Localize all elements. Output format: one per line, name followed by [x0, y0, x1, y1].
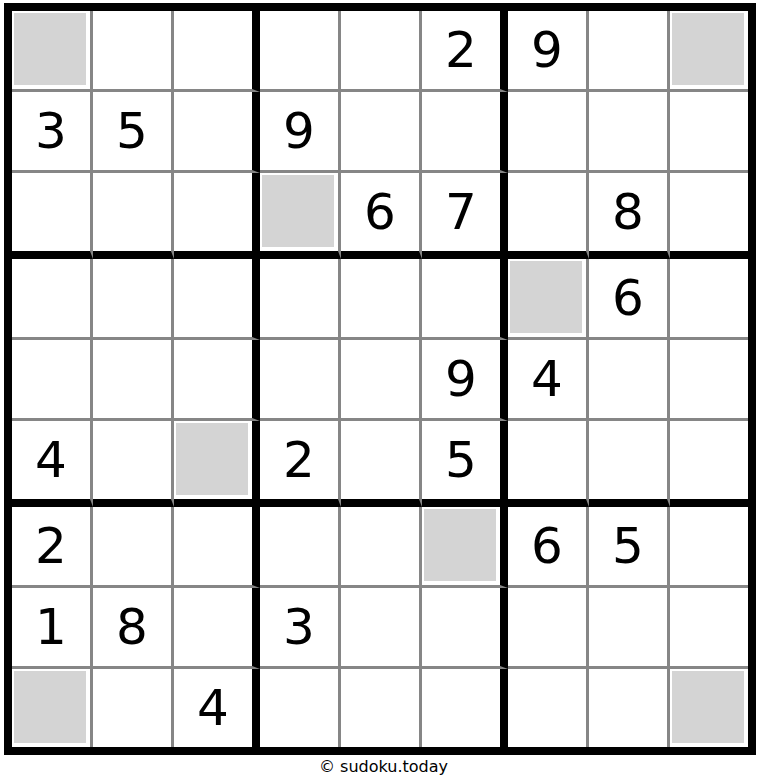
sudoku-cell-r5c2[interactable] [93, 340, 174, 421]
sudoku-cell-r2c7[interactable] [508, 92, 589, 173]
sudoku-cell-r9c8[interactable] [589, 669, 670, 747]
sudoku-cell-r6c2[interactable] [93, 421, 174, 507]
sudoku-cell-r4c9[interactable] [670, 259, 748, 340]
sudoku-cell-r2c9[interactable] [670, 92, 748, 173]
cell-digit: 4 [197, 683, 229, 733]
sudoku-cell-r2c2[interactable]: 5 [93, 92, 174, 173]
sudoku-cell-r2c5[interactable] [341, 92, 422, 173]
sudoku-cell-r3c7[interactable] [508, 173, 589, 259]
cell-digit: 3 [35, 106, 67, 156]
sudoku-cell-r8c2[interactable]: 8 [93, 588, 174, 669]
sudoku-cell-r8c1[interactable]: 1 [12, 588, 93, 669]
sudoku-cell-r1c2[interactable] [93, 11, 174, 92]
sudoku-cell-r5c3[interactable] [174, 340, 260, 421]
sudoku-cell-r3c3[interactable] [174, 173, 260, 259]
cell-digit: 6 [364, 187, 396, 237]
sudoku-cell-r6c5[interactable] [341, 421, 422, 507]
cell-digit: 5 [116, 106, 148, 156]
sudoku-cell-r1c1[interactable] [12, 11, 93, 92]
sudoku-cell-r7c9[interactable] [670, 507, 748, 588]
sudoku-cell-r7c7[interactable]: 6 [508, 507, 589, 588]
sudoku-cell-r4c8[interactable]: 6 [589, 259, 670, 340]
sudoku-cell-r3c8[interactable]: 8 [589, 173, 670, 259]
sudoku-cell-r8c3[interactable] [174, 588, 260, 669]
sudoku-cell-r3c2[interactable] [93, 173, 174, 259]
cell-digit: 9 [531, 25, 563, 75]
sudoku-cell-r1c3[interactable] [174, 11, 260, 92]
sudoku-cell-r1c8[interactable] [589, 11, 670, 92]
sudoku-cell-r2c3[interactable] [174, 92, 260, 173]
sudoku-cell-r9c1[interactable] [12, 669, 93, 747]
sudoku-cell-r3c4[interactable] [260, 173, 341, 259]
sudoku-cell-r4c5[interactable] [341, 259, 422, 340]
cell-digit: 9 [445, 354, 477, 404]
sudoku-cell-r9c2[interactable] [93, 669, 174, 747]
sudoku-cell-r6c7[interactable] [508, 421, 589, 507]
sudoku-cell-r2c8[interactable] [589, 92, 670, 173]
sudoku-cell-r1c5[interactable] [341, 11, 422, 92]
sudoku-cell-r6c8[interactable] [589, 421, 670, 507]
sudoku-cell-r3c6[interactable]: 7 [422, 173, 508, 259]
cell-digit: 8 [612, 187, 644, 237]
sudoku-cell-r5c7[interactable]: 4 [508, 340, 589, 421]
sudoku-cell-r6c9[interactable] [670, 421, 748, 507]
sudoku-cell-r4c3[interactable] [174, 259, 260, 340]
sudoku-cell-r5c5[interactable] [341, 340, 422, 421]
sudoku-cell-r4c4[interactable] [260, 259, 341, 340]
sudoku-cell-r4c1[interactable] [12, 259, 93, 340]
sudoku-cell-r7c6[interactable] [422, 507, 508, 588]
sudoku-cell-r6c6[interactable]: 5 [422, 421, 508, 507]
cell-digit: 7 [445, 187, 477, 237]
sudoku-cell-r6c4[interactable]: 2 [260, 421, 341, 507]
sudoku-cell-r8c6[interactable] [422, 588, 508, 669]
sudoku-cell-r9c9[interactable] [670, 669, 748, 747]
cell-digit: 4 [35, 435, 67, 485]
sudoku-cell-r4c2[interactable] [93, 259, 174, 340]
cell-digit: 2 [35, 521, 67, 571]
cell-digit: 6 [612, 273, 644, 323]
sudoku-cell-r3c5[interactable]: 6 [341, 173, 422, 259]
sudoku-cell-r9c7[interactable] [508, 669, 589, 747]
sudoku-cell-r6c3[interactable] [174, 421, 260, 507]
sudoku-cell-r2c4[interactable]: 9 [260, 92, 341, 173]
sudoku-cell-r7c2[interactable] [93, 507, 174, 588]
sudoku-cell-r1c4[interactable] [260, 11, 341, 92]
sudoku-cell-r2c1[interactable]: 3 [12, 92, 93, 173]
sudoku-cell-r8c9[interactable] [670, 588, 748, 669]
sudoku-cell-r7c1[interactable]: 2 [12, 507, 93, 588]
cell-digit: 5 [612, 521, 644, 571]
sudoku-cell-r7c8[interactable]: 5 [589, 507, 670, 588]
sudoku-cell-r5c6[interactable]: 9 [422, 340, 508, 421]
sudoku-cell-r8c7[interactable] [508, 588, 589, 669]
sudoku-cell-r7c4[interactable] [260, 507, 341, 588]
sudoku-cell-r3c1[interactable] [12, 173, 93, 259]
sudoku-cell-r1c9[interactable] [670, 11, 748, 92]
cell-digit: 2 [445, 25, 477, 75]
cell-digit: 2 [283, 435, 315, 485]
cell-digit: 9 [283, 106, 315, 156]
sudoku-cell-r1c6[interactable]: 2 [422, 11, 508, 92]
sudoku-cell-r5c1[interactable] [12, 340, 93, 421]
sudoku-cell-r1c7[interactable]: 9 [508, 11, 589, 92]
sudoku-cell-r7c3[interactable] [174, 507, 260, 588]
cell-digit: 6 [531, 521, 563, 571]
sudoku-cell-r5c4[interactable] [260, 340, 341, 421]
sudoku-cell-r6c1[interactable]: 4 [12, 421, 93, 507]
sudoku-board: 293596786944252651834 [4, 3, 756, 755]
sudoku-cell-r8c8[interactable] [589, 588, 670, 669]
sudoku-cell-r9c6[interactable] [422, 669, 508, 747]
sudoku-cell-r5c9[interactable] [670, 340, 748, 421]
sudoku-cell-r9c3[interactable]: 4 [174, 669, 260, 747]
cell-digit: 4 [531, 354, 563, 404]
sudoku-cell-r2c6[interactable] [422, 92, 508, 173]
sudoku-cell-r7c5[interactable] [341, 507, 422, 588]
cell-digit: 3 [283, 602, 315, 652]
sudoku-cell-r3c9[interactable] [670, 173, 748, 259]
sudoku-cell-r9c4[interactable] [260, 669, 341, 747]
sudoku-cell-r4c6[interactable] [422, 259, 508, 340]
sudoku-cell-r8c4[interactable]: 3 [260, 588, 341, 669]
copyright-credit: © sudoku.today [0, 759, 767, 775]
sudoku-cell-r9c5[interactable] [341, 669, 422, 747]
sudoku-cell-r5c8[interactable] [589, 340, 670, 421]
cell-digit: 1 [35, 602, 67, 652]
cell-digit: 5 [445, 435, 477, 485]
sudoku-cell-r8c5[interactable] [341, 588, 422, 669]
sudoku-cell-r4c7[interactable] [508, 259, 589, 340]
cell-digit: 8 [116, 602, 148, 652]
